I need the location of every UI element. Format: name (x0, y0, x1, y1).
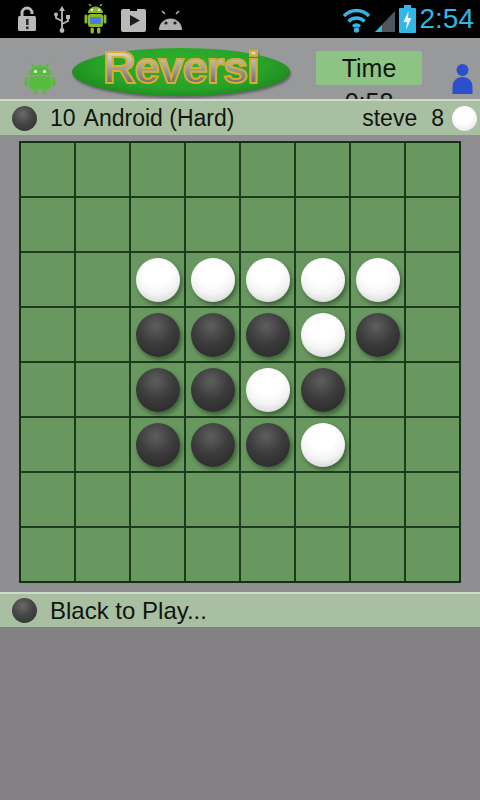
cell-e1[interactable] (241, 143, 294, 196)
cell-d2[interactable] (186, 198, 239, 251)
cell-f5[interactable] (296, 363, 349, 416)
cell-b7[interactable] (76, 473, 129, 526)
turn-message: Black to Play... (50, 597, 207, 625)
black-score-disc-icon (12, 106, 37, 131)
cell-a5[interactable] (21, 363, 74, 416)
white-disc (301, 313, 345, 357)
cell-c8[interactable] (131, 528, 184, 581)
black-disc (136, 423, 180, 467)
black-disc (246, 423, 290, 467)
white-score-disc-icon (452, 106, 477, 131)
cell-g1[interactable] (351, 143, 404, 196)
cell-c3[interactable] (131, 253, 184, 306)
black-disc (191, 313, 235, 357)
black-disc (136, 368, 180, 412)
cell-e3[interactable] (241, 253, 294, 306)
white-disc (301, 258, 345, 302)
cell-a6[interactable] (21, 418, 74, 471)
turn-disc-icon (12, 598, 37, 623)
cell-b5[interactable] (76, 363, 129, 416)
cell-e2[interactable] (241, 198, 294, 251)
cell-f4[interactable] (296, 308, 349, 361)
white-disc (191, 258, 235, 302)
cell-g6[interactable] (351, 418, 404, 471)
white-player-name: steve (362, 105, 417, 132)
cell-g3[interactable] (351, 253, 404, 306)
cell-b6[interactable] (76, 418, 129, 471)
white-disc (136, 258, 180, 302)
wifi-icon (341, 6, 372, 33)
cell-h2[interactable] (406, 198, 459, 251)
cell-d5[interactable] (186, 363, 239, 416)
white-disc (246, 368, 290, 412)
cell-f8[interactable] (296, 528, 349, 581)
cell-d8[interactable] (186, 528, 239, 581)
timer-display: Time 0:58 (316, 51, 422, 85)
status-clock: 2:54 (420, 0, 475, 38)
cell-c4[interactable] (131, 308, 184, 361)
android-robot-icon[interactable] (22, 62, 58, 94)
cell-d3[interactable] (186, 253, 239, 306)
cell-d4[interactable] (186, 308, 239, 361)
logo-title: Reversi (72, 40, 290, 99)
status-bar: 2:54 (0, 0, 480, 38)
cell-c5[interactable] (131, 363, 184, 416)
app-header: Reversi Time 0:58 (0, 38, 480, 99)
android-head-icon (156, 10, 185, 31)
signal-icon (375, 11, 395, 32)
cell-f2[interactable] (296, 198, 349, 251)
cell-b1[interactable] (76, 143, 129, 196)
cell-h8[interactable] (406, 528, 459, 581)
cell-c7[interactable] (131, 473, 184, 526)
cell-g4[interactable] (351, 308, 404, 361)
cell-h5[interactable] (406, 363, 459, 416)
app-logo: Reversi (72, 40, 290, 99)
person-icon[interactable] (450, 63, 475, 94)
reversi-app: { "game": "reversi", "position": { "boar… (0, 0, 480, 800)
cell-f6[interactable] (296, 418, 349, 471)
cell-e8[interactable] (241, 528, 294, 581)
cell-g2[interactable] (351, 198, 404, 251)
lock-alert-icon (16, 6, 38, 33)
cell-b4[interactable] (76, 308, 129, 361)
cell-h3[interactable] (406, 253, 459, 306)
cell-e7[interactable] (241, 473, 294, 526)
black-disc (136, 313, 180, 357)
cell-b3[interactable] (76, 253, 129, 306)
board (19, 141, 461, 583)
black-player-name: Android (Hard) (84, 105, 235, 132)
footer-empty-area (0, 627, 480, 800)
cell-d1[interactable] (186, 143, 239, 196)
black-disc (301, 368, 345, 412)
cell-f1[interactable] (296, 143, 349, 196)
cell-e4[interactable] (241, 308, 294, 361)
cell-h6[interactable] (406, 418, 459, 471)
cell-f7[interactable] (296, 473, 349, 526)
cell-g5[interactable] (351, 363, 404, 416)
black-disc (191, 423, 235, 467)
cell-h4[interactable] (406, 308, 459, 361)
play-store-icon (121, 7, 147, 32)
cell-c6[interactable] (131, 418, 184, 471)
white-disc (301, 423, 345, 467)
cell-b8[interactable] (76, 528, 129, 581)
cell-h7[interactable] (406, 473, 459, 526)
cell-e5[interactable] (241, 363, 294, 416)
usb-icon (52, 6, 72, 33)
battery-charging-icon (399, 5, 416, 33)
cell-a1[interactable] (21, 143, 74, 196)
board-area (0, 135, 480, 592)
white-disc (246, 258, 290, 302)
cell-a4[interactable] (21, 308, 74, 361)
cell-d7[interactable] (186, 473, 239, 526)
cell-a2[interactable] (21, 198, 74, 251)
cell-e6[interactable] (241, 418, 294, 471)
cell-g8[interactable] (351, 528, 404, 581)
cell-a7[interactable] (21, 473, 74, 526)
cell-d6[interactable] (186, 418, 239, 471)
cell-a3[interactable] (21, 253, 74, 306)
cell-h1[interactable] (406, 143, 459, 196)
cell-g7[interactable] (351, 473, 404, 526)
black-disc (356, 313, 400, 357)
score-bar: 10 Android (Hard) steve 8 (0, 99, 480, 135)
white-score: 8 (431, 105, 444, 132)
cell-c2[interactable] (131, 198, 184, 251)
cell-c1[interactable] (131, 143, 184, 196)
white-disc (356, 258, 400, 302)
cell-b2[interactable] (76, 198, 129, 251)
android-app-icon (84, 4, 107, 34)
cell-a8[interactable] (21, 528, 74, 581)
black-disc (246, 313, 290, 357)
black-disc (191, 368, 235, 412)
turn-message-bar: Black to Play... (0, 592, 480, 627)
cell-f3[interactable] (296, 253, 349, 306)
black-score: 10 (50, 105, 76, 132)
